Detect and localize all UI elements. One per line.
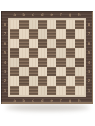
square-a1[interactable] xyxy=(10,86,19,95)
square-e4[interactable] xyxy=(47,58,56,67)
square-g6[interactable] xyxy=(66,39,75,48)
square-b6[interactable] xyxy=(19,39,28,48)
square-f6[interactable] xyxy=(56,39,65,48)
square-h8[interactable] xyxy=(75,20,84,29)
rank-labels-right: 87654321 xyxy=(86,20,92,95)
rank-label-1: 1 xyxy=(2,86,8,95)
square-e3[interactable] xyxy=(47,67,56,76)
square-c8[interactable] xyxy=(29,20,38,29)
square-h1[interactable] xyxy=(75,86,84,95)
rank-label-6: 6 xyxy=(2,39,8,48)
square-b3[interactable] xyxy=(19,67,28,76)
square-a4[interactable] xyxy=(10,58,19,67)
square-g7[interactable] xyxy=(66,29,75,38)
square-g4[interactable] xyxy=(66,58,75,67)
chess-board: abcdefgh abcdefgh 87654321 87654321 xyxy=(1,11,93,104)
square-b2[interactable] xyxy=(19,76,28,85)
board-squares xyxy=(10,20,84,95)
square-g1[interactable] xyxy=(66,86,75,95)
rank-label-5: 5 xyxy=(2,48,8,57)
square-f5[interactable] xyxy=(56,48,65,57)
file-label-d: d xyxy=(38,98,47,103)
square-b1[interactable] xyxy=(19,86,28,95)
rank-label-3: 3 xyxy=(2,67,8,76)
file-label-g: g xyxy=(66,12,75,17)
square-g5[interactable] xyxy=(66,48,75,57)
file-label-b: b xyxy=(19,98,28,103)
rank-label-4: 4 xyxy=(2,58,8,67)
file-label-h: h xyxy=(75,98,84,103)
rank-label-5: 5 xyxy=(86,48,92,57)
square-a2[interactable] xyxy=(10,76,19,85)
square-d7[interactable] xyxy=(38,29,47,38)
rank-label-8: 8 xyxy=(2,20,8,29)
rank-label-6: 6 xyxy=(86,39,92,48)
square-c4[interactable] xyxy=(29,58,38,67)
square-d8[interactable] xyxy=(38,20,47,29)
file-label-h: h xyxy=(75,12,84,17)
square-b5[interactable] xyxy=(19,48,28,57)
square-d6[interactable] xyxy=(38,39,47,48)
square-f3[interactable] xyxy=(56,67,65,76)
rank-label-8: 8 xyxy=(86,20,92,29)
rank-label-2: 2 xyxy=(86,76,92,85)
square-f1[interactable] xyxy=(56,86,65,95)
square-a3[interactable] xyxy=(10,67,19,76)
square-d1[interactable] xyxy=(38,86,47,95)
square-d5[interactable] xyxy=(38,48,47,57)
rank-label-2: 2 xyxy=(2,76,8,85)
rank-label-7: 7 xyxy=(2,29,8,38)
file-label-d: d xyxy=(38,12,47,17)
rank-labels-left: 87654321 xyxy=(2,20,8,95)
file-label-c: c xyxy=(29,12,38,17)
file-label-e: e xyxy=(47,12,56,17)
square-a8[interactable] xyxy=(10,20,19,29)
file-label-a: a xyxy=(10,12,19,17)
square-d2[interactable] xyxy=(38,76,47,85)
square-f4[interactable] xyxy=(56,58,65,67)
square-f8[interactable] xyxy=(56,20,65,29)
square-g2[interactable] xyxy=(66,76,75,85)
square-a6[interactable] xyxy=(10,39,19,48)
file-label-b: b xyxy=(19,12,28,17)
square-d4[interactable] xyxy=(38,58,47,67)
square-c1[interactable] xyxy=(29,86,38,95)
file-label-f: f xyxy=(56,12,65,17)
square-b4[interactable] xyxy=(19,58,28,67)
rank-label-1: 1 xyxy=(86,86,92,95)
square-c3[interactable] xyxy=(29,67,38,76)
square-g8[interactable] xyxy=(66,20,75,29)
square-b7[interactable] xyxy=(19,29,28,38)
square-h2[interactable] xyxy=(75,76,84,85)
square-g3[interactable] xyxy=(66,67,75,76)
square-c7[interactable] xyxy=(29,29,38,38)
square-h7[interactable] xyxy=(75,29,84,38)
rank-label-7: 7 xyxy=(86,29,92,38)
rank-label-3: 3 xyxy=(86,67,92,76)
square-e6[interactable] xyxy=(47,39,56,48)
square-d3[interactable] xyxy=(38,67,47,76)
square-h4[interactable] xyxy=(75,58,84,67)
square-h5[interactable] xyxy=(75,48,84,57)
square-c6[interactable] xyxy=(29,39,38,48)
square-e1[interactable] xyxy=(47,86,56,95)
rank-label-4: 4 xyxy=(86,58,92,67)
file-labels-bottom: abcdefgh xyxy=(10,98,84,103)
square-e5[interactable] xyxy=(47,48,56,57)
square-h3[interactable] xyxy=(75,67,84,76)
file-label-c: c xyxy=(29,98,38,103)
square-f7[interactable] xyxy=(56,29,65,38)
square-a7[interactable] xyxy=(10,29,19,38)
file-labels-top: abcdefgh xyxy=(10,12,84,17)
board-inner-border xyxy=(8,18,86,97)
square-f2[interactable] xyxy=(56,76,65,85)
square-c2[interactable] xyxy=(29,76,38,85)
square-e8[interactable] xyxy=(47,20,56,29)
square-h6[interactable] xyxy=(75,39,84,48)
file-label-f: f xyxy=(56,98,65,103)
square-e2[interactable] xyxy=(47,76,56,85)
file-label-g: g xyxy=(66,98,75,103)
square-b8[interactable] xyxy=(19,20,28,29)
file-label-e: e xyxy=(47,98,56,103)
board-shadow xyxy=(5,104,90,111)
product-photo: abcdefgh abcdefgh 87654321 87654321 xyxy=(0,0,95,126)
file-label-a: a xyxy=(10,98,19,103)
square-c5[interactable] xyxy=(29,48,38,57)
square-a5[interactable] xyxy=(10,48,19,57)
square-e7[interactable] xyxy=(47,29,56,38)
